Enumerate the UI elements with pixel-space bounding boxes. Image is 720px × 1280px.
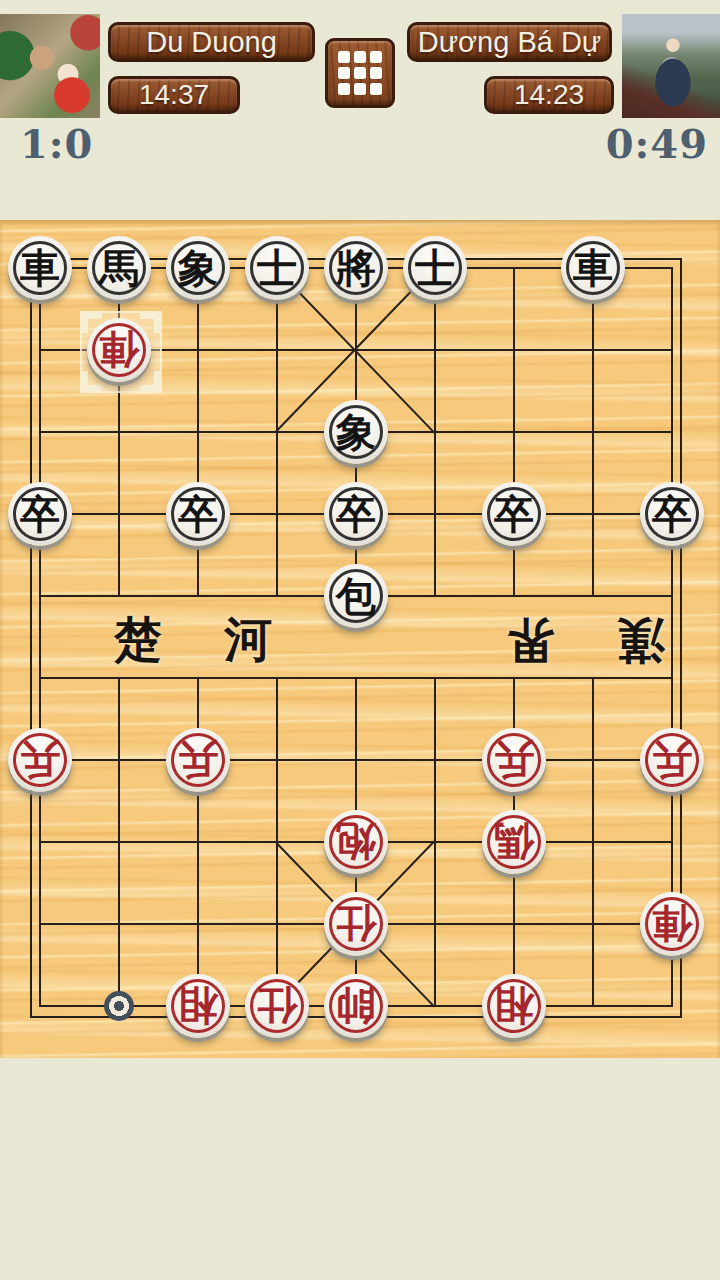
- player1-name: Du Duong: [146, 26, 277, 59]
- piece-glyph: 卒: [324, 482, 388, 546]
- star-point: [592, 848, 594, 866]
- piece-red-horse[interactable]: 傌: [482, 810, 546, 874]
- piece-glyph: 帥: [324, 974, 388, 1038]
- piece-black-elephant[interactable]: 象: [166, 236, 230, 300]
- piece-black-chariot[interactable]: 車: [561, 236, 625, 300]
- piece-glyph: 兵: [166, 728, 230, 792]
- player1-avatar: [0, 14, 100, 118]
- piece-black-soldier[interactable]: 卒: [166, 482, 230, 546]
- piece-glyph: 車: [8, 236, 72, 300]
- menu-button[interactable]: [325, 38, 395, 108]
- piece-glyph: 士: [403, 236, 467, 300]
- piece-red-general[interactable]: 帥: [324, 974, 388, 1038]
- piece-black-soldier[interactable]: 卒: [640, 482, 704, 546]
- piece-black-advisor[interactable]: 士: [245, 236, 309, 300]
- piece-black-elephant[interactable]: 象: [324, 400, 388, 464]
- piece-red-elephant[interactable]: 相: [482, 974, 546, 1038]
- piece-glyph: 士: [245, 236, 309, 300]
- grid-vline: [592, 677, 594, 1007]
- player1-clock: 14:37: [108, 76, 240, 114]
- player2-name: Dương Bá Dự: [418, 26, 602, 59]
- piece-black-horse[interactable]: 馬: [87, 236, 151, 300]
- piece-glyph: 馬: [87, 236, 151, 300]
- star-point: [599, 431, 617, 433]
- piece-black-chariot[interactable]: 車: [8, 236, 72, 300]
- star-point: [125, 841, 143, 843]
- grid-menu-icon: [338, 51, 382, 95]
- player2-name-plate: Dương Bá Dự: [407, 22, 612, 62]
- piece-black-general[interactable]: 將: [324, 236, 388, 300]
- piece-red-soldier[interactable]: 兵: [8, 728, 72, 792]
- piece-glyph: 仕: [324, 892, 388, 956]
- piece-red-soldier[interactable]: 兵: [482, 728, 546, 792]
- player1-score: 1:0: [20, 120, 93, 167]
- star-point: [355, 766, 357, 784]
- piece-black-soldier[interactable]: 卒: [324, 482, 388, 546]
- piece-red-chariot[interactable]: 俥: [87, 318, 151, 382]
- player1-clock-value: 14:37: [139, 79, 209, 111]
- star-point: [118, 848, 120, 866]
- star-point: [599, 841, 617, 843]
- piece-glyph: 仕: [245, 974, 309, 1038]
- piece-glyph: 兵: [8, 728, 72, 792]
- piece-glyph: 傌: [482, 810, 546, 874]
- piece-glyph: 卒: [482, 482, 546, 546]
- piece-glyph: 車: [561, 236, 625, 300]
- piece-glyph: 兵: [640, 728, 704, 792]
- player1-name-plate: Du Duong: [108, 22, 315, 62]
- star-point: [95, 431, 113, 433]
- star-point: [355, 736, 357, 754]
- piece-red-advisor[interactable]: 仕: [324, 892, 388, 956]
- grid-vline: [513, 267, 515, 597]
- player2-clock-value: 14:23: [514, 79, 584, 111]
- star-point: [569, 431, 587, 433]
- star-point: [332, 759, 350, 761]
- piece-red-soldier[interactable]: 兵: [166, 728, 230, 792]
- star-point: [118, 818, 120, 836]
- star-point: [592, 818, 594, 836]
- piece-glyph: 象: [166, 236, 230, 300]
- piece-glyph: 相: [166, 974, 230, 1038]
- piece-red-advisor[interactable]: 仕: [245, 974, 309, 1038]
- star-point: [569, 841, 587, 843]
- star-point: [125, 431, 143, 433]
- player2-score: 0:49: [606, 120, 708, 167]
- grid-vline: [197, 677, 199, 1007]
- river-text-right: 漢界: [445, 608, 665, 672]
- piece-glyph: 卒: [166, 482, 230, 546]
- piece-glyph: 俥: [87, 318, 151, 382]
- star-point: [362, 759, 380, 761]
- piece-black-soldier[interactable]: 卒: [8, 482, 72, 546]
- piece-glyph: 兵: [482, 728, 546, 792]
- piece-red-elephant[interactable]: 相: [166, 974, 230, 1038]
- player2-clock: 14:23: [484, 76, 614, 114]
- piece-black-advisor[interactable]: 士: [403, 236, 467, 300]
- xiangqi-board[interactable]: 楚河 漢界 車馬象士將士車俥象卒卒卒卒卒包兵兵兵兵炮傌仕俥相仕帥相: [0, 220, 720, 1058]
- player2-avatar: [622, 14, 720, 118]
- piece-glyph: 俥: [640, 892, 704, 956]
- last-move-origin-marker: [104, 991, 134, 1021]
- river-text-left: 楚河: [114, 608, 334, 672]
- piece-red-soldier[interactable]: 兵: [640, 728, 704, 792]
- star-point: [118, 408, 120, 426]
- grid-vline: [39, 267, 41, 1007]
- grid-vline: [592, 267, 594, 597]
- piece-glyph: 包: [324, 564, 388, 628]
- star-point: [592, 438, 594, 456]
- grid-vline: [118, 677, 120, 1007]
- piece-glyph: 炮: [324, 810, 388, 874]
- piece-glyph: 相: [482, 974, 546, 1038]
- piece-red-cannon[interactable]: 炮: [324, 810, 388, 874]
- piece-glyph: 將: [324, 236, 388, 300]
- star-point: [95, 841, 113, 843]
- star-point: [118, 438, 120, 456]
- piece-glyph: 卒: [8, 482, 72, 546]
- piece-red-chariot[interactable]: 俥: [640, 892, 704, 956]
- star-point: [592, 408, 594, 426]
- piece-glyph: 卒: [640, 482, 704, 546]
- piece-black-cannon[interactable]: 包: [324, 564, 388, 628]
- piece-glyph: 象: [324, 400, 388, 464]
- grid-vline: [197, 267, 199, 597]
- piece-black-soldier[interactable]: 卒: [482, 482, 546, 546]
